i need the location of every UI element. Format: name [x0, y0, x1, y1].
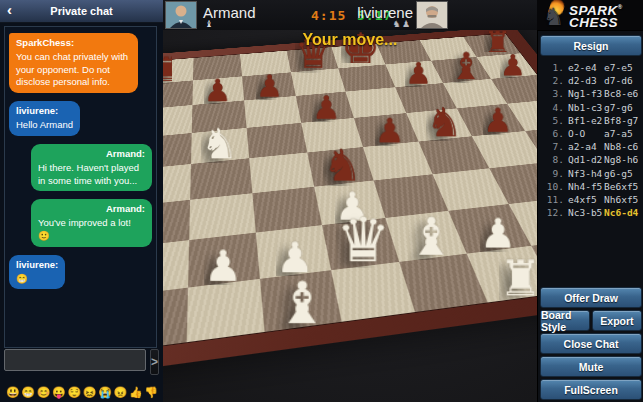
piece-wN-b5[interactable]: ♞: [200, 126, 238, 164]
chat-message-input[interactable]: [4, 349, 146, 371]
game-sidebar: Resign 1.e2-e4e7-e52.d2-d3d7-d63.Ng1-f3B…: [537, 30, 643, 402]
fullscreen-button[interactable]: FullScreen: [540, 379, 642, 400]
mute-button[interactable]: Mute: [540, 356, 642, 377]
chat-message: Armand:You've improved a lot! 🙂: [31, 199, 152, 246]
piece-wB-c1[interactable]: ♝: [276, 278, 328, 330]
piece-bP-b7[interactable]: ♟: [204, 77, 232, 105]
piece-wP-a4[interactable]: ♟: [163, 171, 174, 205]
piece-wB-e2[interactable]: ♝: [408, 213, 455, 260]
move-row: 10.Nh4-f5Be6xf5: [540, 180, 642, 193]
move-row: 1.e2-e4e7-e5: [540, 61, 642, 74]
emoji-button[interactable]: 😭: [98, 387, 112, 398]
piece-cell: ♞: [306, 147, 373, 187]
sparkchess-app: ‹ Private chat SparkChess:You can chat p…: [0, 0, 643, 402]
piece-bR-a8[interactable]: ♜: [163, 55, 182, 85]
resign-button[interactable]: Resign: [540, 35, 642, 56]
move-row: 2.d2-d3d7-d6: [540, 74, 642, 87]
flaming-knight-icon: ♞: [541, 1, 567, 29]
piece-bP-e5[interactable]: ♟: [375, 116, 405, 146]
piece-wP-f2[interactable]: ♟: [480, 215, 516, 252]
turn-status: Your move...: [163, 31, 537, 49]
piece-cell: ♟: [242, 72, 296, 100]
piece-bB-g7[interactable]: ♝: [449, 50, 482, 83]
emoji-button[interactable]: 👍: [129, 387, 143, 398]
chat-message: liviurene:😁: [9, 255, 65, 290]
chat-message: SparkChess:You can chat privately with y…: [9, 33, 138, 93]
export-button[interactable]: Export: [592, 310, 642, 331]
piece-bP-d6[interactable]: ♟: [312, 93, 341, 122]
white-clock: 4:15: [311, 8, 346, 23]
back-chevron-icon[interactable]: ‹: [7, 1, 12, 18]
piece-cell: ♞: [190, 128, 249, 165]
chat-input-row: >: [4, 349, 159, 375]
move-row: 3.Ng1-f3Bc8-e6: [540, 87, 642, 100]
move-row: 7.a2-a4Nb8-c6: [540, 140, 642, 153]
emoji-button[interactable]: 😃: [6, 387, 20, 398]
piece-cell: ♜: [163, 58, 192, 85]
game-header-bar: Armand ♝ 4:15 5:17 liviurene ♞♟: [163, 0, 537, 31]
piece-cell: ♟: [191, 76, 243, 105]
piece-bP-g5[interactable]: ♟: [483, 106, 513, 136]
piece-cell: ♟: [163, 164, 190, 206]
piece-wP-b2[interactable]: ♟: [204, 247, 242, 286]
piece-cell: ♝: [259, 271, 340, 334]
piece-bN-d4[interactable]: ♞: [323, 146, 362, 185]
piece-wQ-d2[interactable]: ♛: [336, 214, 391, 269]
emoji-button[interactable]: 😖: [83, 387, 97, 398]
piece-bN-f5[interactable]: ♞: [426, 105, 462, 141]
piece-bP-h7[interactable]: ♟: [500, 52, 526, 78]
move-row: 6.O-Oa7-a5: [540, 127, 642, 140]
emoji-button[interactable]: 😌: [67, 387, 81, 398]
emoji-button[interactable]: 😁: [21, 387, 35, 398]
black-player-avatar[interactable]: [416, 1, 448, 29]
sidebar-buttons: Offer Draw Board Style Export Close Chat…: [540, 287, 642, 400]
chat-log[interactable]: SparkChess:You can chat privately with y…: [4, 26, 157, 348]
move-row: 4.Nb1-c3g7-g6: [540, 101, 642, 114]
emoji-row: 😃😁😊😛😌😖😭😠👍👎: [6, 387, 158, 398]
piece-cell: ♟: [295, 91, 354, 122]
private-chat-panel: ‹ Private chat SparkChess:You can chat p…: [0, 0, 164, 402]
send-message-button[interactable]: >: [150, 349, 159, 375]
sparkchess-logo[interactable]: ♞ SPARK® CHESS: [537, 0, 643, 31]
move-row: 8.Qd1-d2Ng8-h6: [540, 153, 642, 166]
move-list[interactable]: 1.e2-e4e7-e52.d2-d3d7-d63.Ng1-f3Bc8-e64.…: [540, 61, 642, 285]
move-row: 11.e4xf5Nh6xf5: [540, 193, 642, 206]
piece-cell: ♝: [385, 211, 466, 262]
close-chat-button[interactable]: Close Chat: [540, 333, 642, 354]
piece-cell: ♛: [286, 47, 338, 72]
logo-text: SPARK® CHESS: [569, 1, 623, 29]
piece-cell: ♛: [321, 218, 399, 270]
move-row: 9.Nf3-h4g6-g5: [540, 167, 642, 180]
piece-cell: ♞: [406, 108, 472, 142]
emoji-button[interactable]: 😊: [37, 387, 51, 398]
chat-message: Armand:Hi there. Haven't played in some …: [31, 144, 152, 191]
chat-message: liviurene:Hello Armand: [9, 101, 80, 136]
move-row: 5.Bf1-e2Bf8-g7: [540, 114, 642, 127]
white-captured-pieces: ♝: [205, 19, 214, 29]
piece-bP-f7[interactable]: ♟: [405, 60, 432, 87]
emoji-button[interactable]: 👎: [144, 387, 158, 398]
board-style-button[interactable]: Board Style: [540, 310, 590, 331]
chat-title: Private chat: [50, 5, 112, 17]
move-row: 12.Nc3-b5Nc6-d4: [540, 206, 642, 219]
piece-bP-a5[interactable]: ♟: [163, 137, 176, 169]
piece-bP-c7[interactable]: ♟: [255, 72, 282, 100]
piece-cell: ♜: [163, 288, 186, 354]
piece-wR-a1[interactable]: ♜: [163, 303, 169, 350]
piece-cell: ♟: [186, 233, 259, 288]
white-player-avatar[interactable]: [165, 1, 197, 29]
black-captured-pieces: ♞♟: [393, 19, 411, 29]
offer-draw-button[interactable]: Offer Draw: [540, 287, 642, 308]
emoji-button[interactable]: 😠: [114, 387, 128, 398]
emoji-button[interactable]: 😛: [52, 387, 66, 398]
chat-header: ‹ Private chat: [0, 0, 163, 23]
